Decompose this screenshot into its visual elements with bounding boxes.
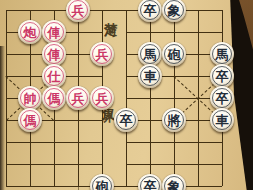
- point-marker: [74, 50, 83, 59]
- piece-black-14[interactable]: 砲: [162, 42, 186, 66]
- point-marker: [50, 160, 59, 169]
- piece-red-8[interactable]: 兵: [66, 86, 90, 110]
- piece-black-20[interactable]: 將: [162, 108, 186, 132]
- piece-red-9[interactable]: 兵: [90, 86, 114, 110]
- piece-red-3[interactable]: 俥: [42, 42, 66, 66]
- piece-red-5[interactable]: 仕: [42, 64, 66, 88]
- piece-red-4[interactable]: 兵: [90, 42, 114, 66]
- piece-black-13[interactable]: 馬: [138, 42, 162, 66]
- piece-black-23[interactable]: 卒: [138, 174, 162, 190]
- point-marker: [74, 182, 83, 190]
- piece-red-2[interactable]: 俥: [42, 20, 66, 44]
- piece-red-1[interactable]: 炮: [18, 20, 42, 44]
- file-line: [6, 142, 102, 143]
- piece-black-18[interactable]: 卒: [210, 86, 234, 110]
- piece-black-21[interactable]: 車: [210, 108, 234, 132]
- point-marker: [170, 160, 179, 169]
- piece-red-6[interactable]: 帥: [18, 86, 42, 110]
- piece-black-24[interactable]: 象: [162, 174, 186, 190]
- piece-red-0[interactable]: 兵: [66, 0, 90, 22]
- file-line: [126, 98, 222, 99]
- piece-black-17[interactable]: 卒: [210, 64, 234, 88]
- piece-black-12[interactable]: 象: [162, 0, 186, 22]
- file-line: [6, 10, 222, 11]
- file-line: [126, 142, 222, 143]
- piece-black-15[interactable]: 馬: [210, 42, 234, 66]
- piece-black-11[interactable]: 卒: [138, 0, 162, 22]
- xiangqi-board-photo: 楚河 汉界 兵炮俥俥兵仕帥傌兵兵傌卒象馬砲馬車卒卒卒將車砲卒象: [0, 0, 253, 190]
- board-left-shadow: [0, 46, 5, 190]
- point-marker: [146, 94, 155, 103]
- piece-red-10[interactable]: 傌: [18, 108, 42, 132]
- file-line: [6, 186, 222, 187]
- piece-red-7[interactable]: 傌: [42, 86, 66, 110]
- point-marker: [170, 28, 179, 37]
- piece-black-22[interactable]: 砲: [90, 174, 114, 190]
- river-label-top: 楚河: [101, 12, 119, 16]
- piece-black-19[interactable]: 卒: [114, 108, 138, 132]
- point-marker: [146, 138, 155, 147]
- piece-black-16[interactable]: 車: [138, 64, 162, 88]
- point-marker: [74, 138, 83, 147]
